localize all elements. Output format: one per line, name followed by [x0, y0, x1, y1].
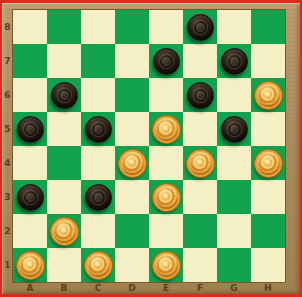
wooden-board-frame: 87654321 ⛂⛂⛂⛂⛂⛀⛂⛂⛀⛂⛀⛀⛀⛂⛂⛀⛀⛀⛀⛀ ABCDEFGH	[2, 3, 300, 294]
square-g2	[217, 214, 251, 248]
black-man-c5[interactable]: ⛂	[85, 116, 112, 143]
square-a3[interactable]: ⛂	[13, 180, 47, 214]
black-man-g5[interactable]: ⛂	[221, 116, 248, 143]
square-d8[interactable]	[115, 10, 149, 44]
checkers-app-screenshot: 87654321 ⛂⛂⛂⛂⛂⛀⛂⛂⛀⛂⛀⛀⛀⛂⛂⛀⛀⛀⛀⛀ ABCDEFGH	[0, 0, 302, 297]
square-a1[interactable]: ⛀	[13, 248, 47, 282]
square-f2[interactable]	[183, 214, 217, 248]
square-g6	[217, 78, 251, 112]
black-man-g7[interactable]: ⛂	[221, 48, 248, 75]
square-a4	[13, 146, 47, 180]
white-man-e1[interactable]: ⛀	[153, 252, 180, 279]
square-c2	[81, 214, 115, 248]
white-man-b2[interactable]: ⛀	[51, 218, 78, 245]
square-d6[interactable]	[115, 78, 149, 112]
square-f7	[183, 44, 217, 78]
rank-labels: 87654321	[2, 10, 13, 282]
rank-label-6: 6	[2, 78, 13, 112]
square-h2[interactable]	[251, 214, 285, 248]
square-b6[interactable]: ⛂	[47, 78, 81, 112]
square-d1	[115, 248, 149, 282]
square-d7	[115, 44, 149, 78]
white-man-h4[interactable]: ⛀	[255, 150, 282, 177]
square-h6[interactable]: ⛀	[251, 78, 285, 112]
square-d2[interactable]	[115, 214, 149, 248]
square-a7[interactable]	[13, 44, 47, 78]
rank-label-7: 7	[2, 44, 13, 78]
square-b4[interactable]	[47, 146, 81, 180]
black-man-f8[interactable]: ⛂	[187, 14, 214, 41]
square-d4[interactable]: ⛀	[115, 146, 149, 180]
white-man-f4[interactable]: ⛀	[187, 150, 214, 177]
square-h5	[251, 112, 285, 146]
black-man-f6[interactable]: ⛂	[187, 82, 214, 109]
square-e2	[149, 214, 183, 248]
white-man-h6[interactable]: ⛀	[255, 82, 282, 109]
square-b5	[47, 112, 81, 146]
square-b7	[47, 44, 81, 78]
square-b1	[47, 248, 81, 282]
square-a8	[13, 10, 47, 44]
black-man-a5[interactable]: ⛂	[17, 116, 44, 143]
file-label-F: F	[183, 282, 217, 294]
square-g4	[217, 146, 251, 180]
square-e4	[149, 146, 183, 180]
rank-label-5: 5	[2, 112, 13, 146]
square-b8[interactable]	[47, 10, 81, 44]
square-h3	[251, 180, 285, 214]
checkers-board[interactable]: ⛂⛂⛂⛂⛂⛀⛂⛂⛀⛂⛀⛀⛀⛂⛂⛀⛀⛀⛀⛀	[13, 10, 285, 282]
file-label-H: H	[251, 282, 285, 294]
square-f8[interactable]: ⛂	[183, 10, 217, 44]
rank-label-2: 2	[2, 214, 13, 248]
square-c4	[81, 146, 115, 180]
black-man-a3[interactable]: ⛂	[17, 184, 44, 211]
square-f4[interactable]: ⛀	[183, 146, 217, 180]
square-e7[interactable]: ⛂	[149, 44, 183, 78]
square-g1[interactable]	[217, 248, 251, 282]
file-label-A: A	[13, 282, 47, 294]
square-g5[interactable]: ⛂	[217, 112, 251, 146]
square-a6	[13, 78, 47, 112]
white-man-e5[interactable]: ⛀	[153, 116, 180, 143]
rank-label-3: 3	[2, 180, 13, 214]
white-man-d4[interactable]: ⛀	[119, 150, 146, 177]
white-man-a1[interactable]: ⛀	[17, 252, 44, 279]
square-b3	[47, 180, 81, 214]
file-label-C: C	[81, 282, 115, 294]
file-label-G: G	[217, 282, 251, 294]
square-f1	[183, 248, 217, 282]
black-man-c3[interactable]: ⛂	[85, 184, 112, 211]
square-e6	[149, 78, 183, 112]
square-d5	[115, 112, 149, 146]
square-b2[interactable]: ⛀	[47, 214, 81, 248]
square-e3[interactable]: ⛀	[149, 180, 183, 214]
black-man-e7[interactable]: ⛂	[153, 48, 180, 75]
square-e1[interactable]: ⛀	[149, 248, 183, 282]
square-a2	[13, 214, 47, 248]
rank-label-8: 8	[2, 10, 13, 44]
white-man-c1[interactable]: ⛀	[85, 252, 112, 279]
square-e8	[149, 10, 183, 44]
square-g7[interactable]: ⛂	[217, 44, 251, 78]
square-c3[interactable]: ⛂	[81, 180, 115, 214]
rank-label-4: 4	[2, 146, 13, 180]
white-man-e3[interactable]: ⛀	[153, 184, 180, 211]
square-g8	[217, 10, 251, 44]
square-c6	[81, 78, 115, 112]
square-c5[interactable]: ⛂	[81, 112, 115, 146]
square-e5[interactable]: ⛀	[149, 112, 183, 146]
square-c7[interactable]	[81, 44, 115, 78]
square-d3	[115, 180, 149, 214]
square-c1[interactable]: ⛀	[81, 248, 115, 282]
rank-label-1: 1	[2, 248, 13, 282]
black-man-b6[interactable]: ⛂	[51, 82, 78, 109]
square-h1	[251, 248, 285, 282]
square-h8[interactable]	[251, 10, 285, 44]
square-f5	[183, 112, 217, 146]
square-h7	[251, 44, 285, 78]
square-a5[interactable]: ⛂	[13, 112, 47, 146]
file-label-E: E	[149, 282, 183, 294]
square-g3[interactable]	[217, 180, 251, 214]
file-label-B: B	[47, 282, 81, 294]
square-f6[interactable]: ⛂	[183, 78, 217, 112]
square-f3	[183, 180, 217, 214]
file-labels: ABCDEFGH	[13, 282, 285, 294]
square-h4[interactable]: ⛀	[251, 146, 285, 180]
file-label-D: D	[115, 282, 149, 294]
square-c8	[81, 10, 115, 44]
